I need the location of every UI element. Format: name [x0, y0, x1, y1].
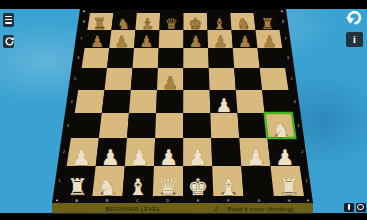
white-knight-b1[interactable]: ♞ — [97, 174, 118, 200]
file-label-g: G — [257, 198, 260, 203]
black-pawn-b7[interactable]: ♟ — [115, 33, 129, 51]
black-rook-h8[interactable]: ♜ — [261, 15, 274, 32]
white-pawn-h2[interactable]: ♟ — [275, 145, 294, 170]
rank-label-left-4: 4 — [71, 100, 73, 104]
square-c3[interactable] — [127, 113, 156, 138]
frame-screw-0 — [83, 10, 85, 12]
square-c5[interactable] — [131, 68, 158, 90]
white-pawn-c2[interactable]: ♟ — [130, 145, 149, 170]
black-queen-d8[interactable]: ♛ — [165, 15, 178, 32]
square-d3[interactable] — [155, 113, 183, 138]
white-knight-h3[interactable]: ♞ — [272, 118, 290, 142]
white-pawn-g2[interactable]: ♟ — [246, 145, 265, 170]
white-pawn-d2[interactable]: ♟ — [159, 145, 178, 170]
frame-screw-1 — [281, 10, 283, 12]
info-icon: i — [353, 34, 356, 45]
black-knight-b8[interactable]: ♞ — [117, 15, 130, 32]
undo-button[interactable] — [344, 7, 364, 27]
square-a5[interactable] — [78, 68, 107, 90]
rank-label-left-3: 3 — [67, 124, 69, 128]
rank-label-right-6: 6 — [287, 56, 289, 60]
square-d6[interactable] — [158, 48, 184, 68]
chess-board-3d: ABCDEFGH1122334455667788♜♞♝♛♚♝♞♜♟♟♟♟♟♟♟♟… — [0, 0, 367, 220]
black-pawn-c7[interactable]: ♟ — [140, 33, 154, 51]
frame-screw-2 — [56, 199, 58, 201]
square-a6[interactable] — [82, 48, 110, 68]
rank-label-right-8: 8 — [282, 20, 284, 24]
white-rook-a1[interactable]: ♜ — [67, 174, 88, 200]
white-bishop-c1[interactable]: ♝ — [127, 174, 148, 200]
square-b3[interactable] — [99, 113, 129, 138]
white-pawn-e2[interactable]: ♟ — [188, 145, 207, 170]
frame-screw-3 — [307, 199, 309, 201]
square-e4[interactable] — [183, 90, 210, 113]
white-bishop-f1[interactable]: ♝ — [218, 174, 239, 200]
black-rook-a8[interactable]: ♜ — [93, 15, 106, 32]
square-e3[interactable] — [183, 113, 211, 138]
black-bishop-c8[interactable]: ♝ — [141, 15, 154, 32]
square-b5[interactable] — [105, 68, 133, 90]
black-pawn-a7[interactable]: ♟ — [90, 33, 104, 51]
square-e6[interactable] — [183, 48, 209, 68]
square-d7[interactable] — [159, 30, 184, 48]
square-b4[interactable] — [102, 90, 131, 113]
rank-label-left-8: 8 — [83, 20, 85, 24]
square-a3[interactable] — [71, 113, 102, 138]
white-king-e1[interactable]: ♚ — [188, 174, 209, 200]
square-g3[interactable] — [238, 113, 268, 138]
rank-label-right-4: 4 — [294, 100, 296, 104]
square-f3[interactable] — [210, 113, 239, 138]
circle-icon — [357, 204, 363, 210]
difficulty-level-label: BEGINNER LEVEL — [106, 205, 161, 213]
square-f5[interactable] — [209, 68, 236, 90]
black-king-e8[interactable]: ♚ — [189, 15, 202, 32]
square-g4[interactable] — [236, 90, 265, 113]
square-g5[interactable] — [234, 68, 262, 90]
square-a4[interactable] — [75, 90, 105, 113]
square-g6[interactable] — [233, 48, 260, 68]
rank-label-left-5: 5 — [74, 77, 76, 81]
square-f2[interactable] — [211, 138, 241, 166]
square-g1[interactable] — [241, 166, 273, 196]
square-h5[interactable] — [260, 68, 289, 90]
rank-label-left-2: 2 — [63, 150, 65, 154]
white-queen-d1[interactable]: ♛ — [158, 174, 179, 200]
black-bishop-f8[interactable]: ♝ — [213, 15, 226, 32]
info-button[interactable]: i — [346, 32, 363, 48]
square-h4[interactable] — [262, 90, 292, 113]
black-pawn-h7[interactable]: ♟ — [263, 33, 277, 51]
white-pawn-a2[interactable]: ♟ — [72, 145, 91, 170]
black-pawn-e7[interactable]: ♟ — [189, 33, 203, 51]
rank-label-right-1: 1 — [306, 179, 308, 183]
square-f6[interactable] — [208, 48, 234, 68]
phone-icon — [348, 204, 351, 210]
rank-label-left-1: 1 — [59, 179, 61, 183]
phone-badge[interactable] — [344, 203, 354, 213]
square-b6[interactable] — [107, 48, 134, 68]
rotate-icon — [4, 36, 14, 47]
white-pawn-f4[interactable]: ♟ — [215, 95, 232, 116]
rank-label-left-6: 6 — [77, 56, 79, 60]
square-c4[interactable] — [129, 90, 157, 113]
rotate-board-button[interactable] — [3, 35, 14, 49]
black-pawn-d5[interactable]: ♟ — [162, 73, 178, 93]
undo-arrow-icon — [344, 7, 364, 27]
square-h6[interactable] — [258, 48, 286, 68]
circle-badge[interactable] — [356, 203, 366, 213]
square-e5[interactable] — [183, 68, 209, 90]
square-c6[interactable] — [133, 48, 159, 68]
menu-button[interactable] — [3, 13, 14, 27]
board-base-edge — [52, 213, 313, 215]
white-rook-h1[interactable]: ♜ — [278, 174, 299, 200]
square-d4[interactable] — [156, 90, 183, 113]
rank-label-right-3: 3 — [297, 124, 299, 128]
rank-label-left-7: 7 — [80, 37, 82, 41]
rank-label-right-2: 2 — [301, 150, 303, 154]
white-pawn-b2[interactable]: ♟ — [101, 145, 120, 170]
black-pawn-f7[interactable]: ♟ — [213, 33, 227, 51]
black-knight-g8[interactable]: ♞ — [237, 15, 250, 32]
move-status-label: 2 ... Black's move (thinking) — [215, 205, 294, 213]
rank-label-right-5: 5 — [290, 77, 292, 81]
rank-label-right-7: 7 — [285, 37, 287, 41]
black-pawn-g7[interactable]: ♟ — [238, 33, 252, 51]
